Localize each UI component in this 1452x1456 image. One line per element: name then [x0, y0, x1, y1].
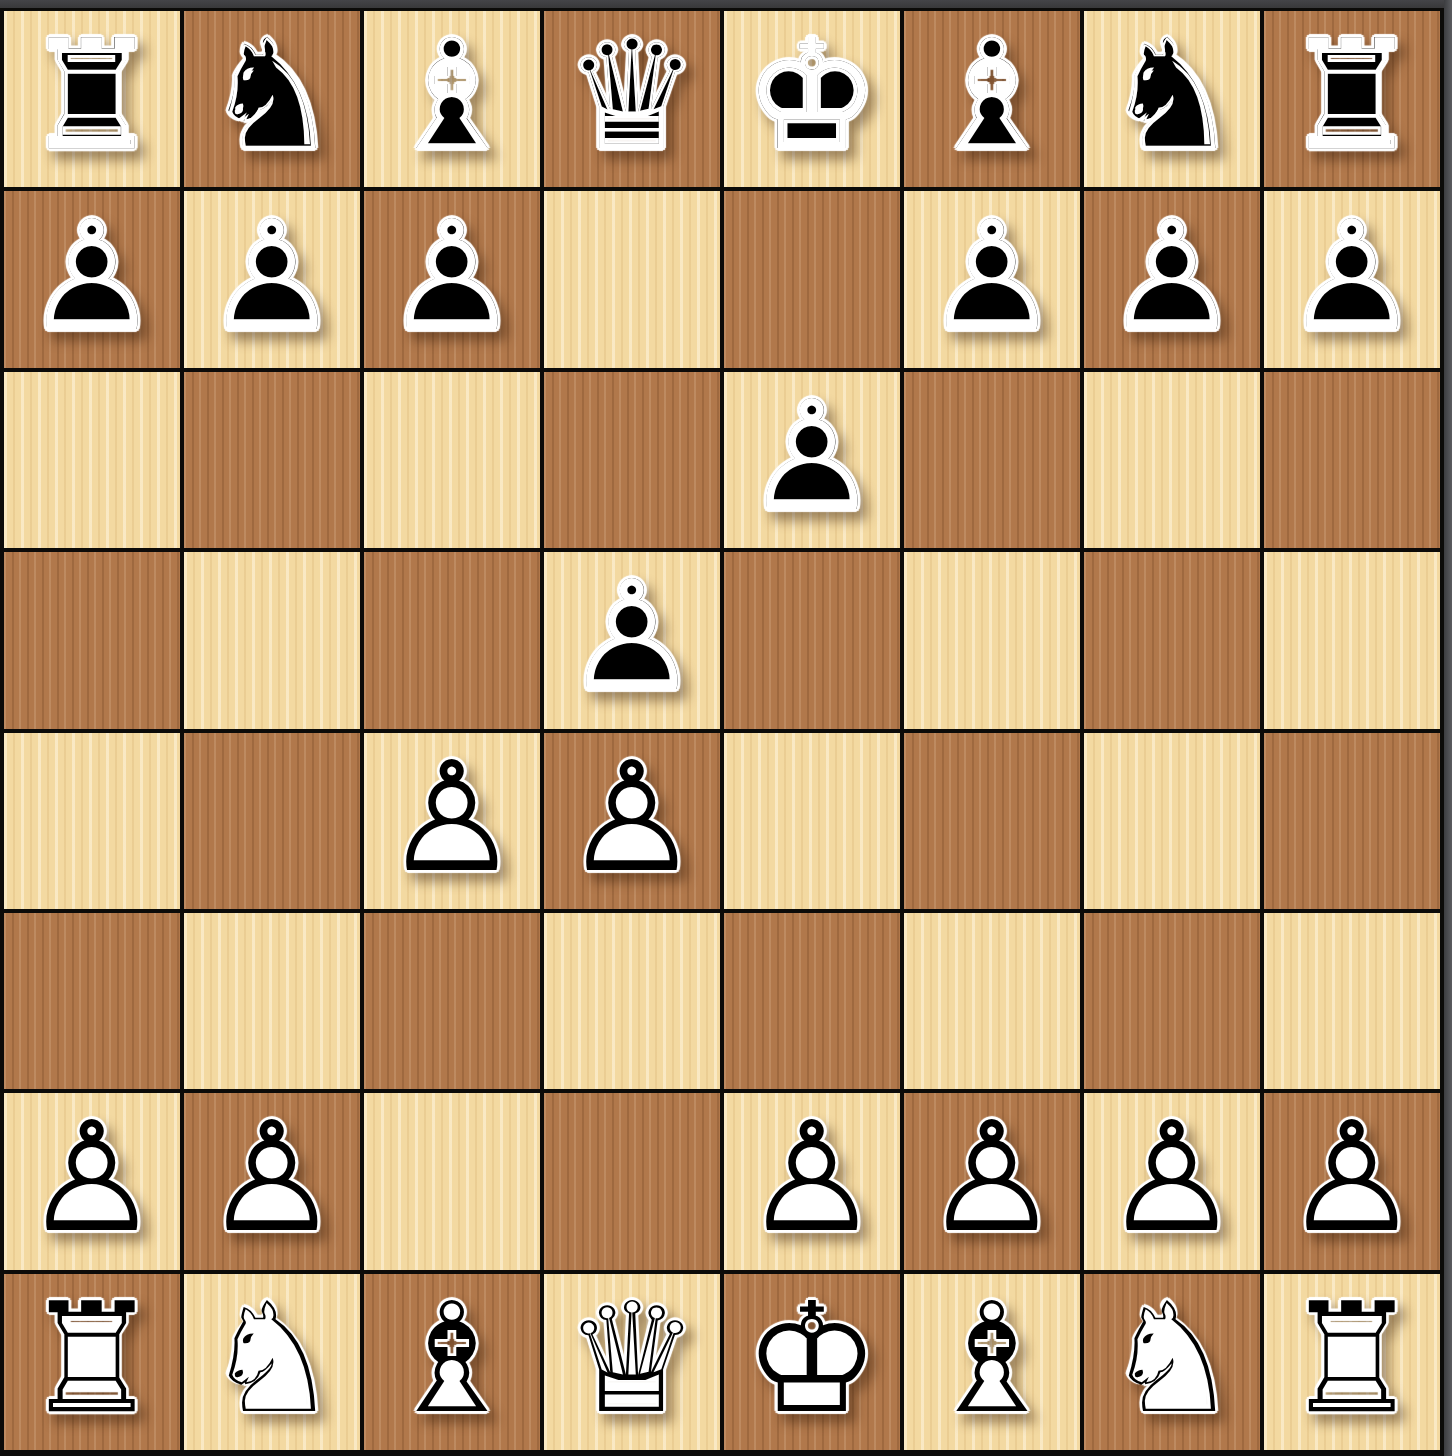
square-e2[interactable]: ♟♙	[724, 1093, 900, 1269]
square-e4[interactable]	[724, 733, 900, 909]
white-pawn[interactable]: ♟♙	[4, 1093, 180, 1269]
piece-outline-glyph: ♗	[364, 1271, 540, 1447]
white-king[interactable]: ♚♔	[724, 1274, 900, 1450]
black-pawn[interactable]: ♟♙	[184, 191, 360, 367]
piece-outline-glyph: ♙	[724, 1090, 900, 1266]
square-h4[interactable]	[1264, 733, 1440, 909]
square-a6[interactable]	[4, 372, 180, 548]
square-e6[interactable]: ♟♙	[724, 372, 900, 548]
square-h7[interactable]: ♟♙	[1264, 191, 1440, 367]
white-pawn[interactable]: ♟♙	[544, 733, 720, 909]
square-d1[interactable]: ♛♕	[544, 1274, 720, 1450]
piece-outline-glyph: ♘	[184, 1271, 360, 1447]
square-c8[interactable]: ♝♗	[364, 11, 540, 187]
white-knight[interactable]: ♞♘	[184, 1274, 360, 1450]
square-c1[interactable]: ♝♗	[364, 1274, 540, 1450]
chess-board: ♜♖♞♘♝♗♛♕♚♔♝♗♞♘♜♖♟♙♟♙♟♙♟♙♟♙♟♙♟♙♟♙♟♙♟♙♟♙♟♙…	[0, 8, 1444, 1456]
square-b7[interactable]: ♟♙	[184, 191, 360, 367]
square-f6[interactable]	[904, 372, 1080, 548]
piece-outline-glyph: ♗	[364, 8, 540, 184]
square-e3[interactable]	[724, 913, 900, 1089]
square-h5[interactable]	[1264, 552, 1440, 728]
square-g1[interactable]: ♞♘	[1084, 1274, 1260, 1450]
square-b8[interactable]: ♞♘	[184, 11, 360, 187]
black-rook[interactable]: ♜♖	[1264, 11, 1440, 187]
white-pawn[interactable]: ♟♙	[1084, 1093, 1260, 1269]
square-b4[interactable]	[184, 733, 360, 909]
square-f1[interactable]: ♝♗	[904, 1274, 1080, 1450]
square-a8[interactable]: ♜♖	[4, 11, 180, 187]
square-g2[interactable]: ♟♙	[1084, 1093, 1260, 1269]
square-b1[interactable]: ♞♘	[184, 1274, 360, 1450]
piece-outline-glyph: ♙	[364, 730, 540, 906]
piece-outline-glyph: ♙	[904, 1090, 1080, 1266]
square-e5[interactable]	[724, 552, 900, 728]
window-edge-top	[0, 0, 1452, 8]
square-g8[interactable]: ♞♘	[1084, 11, 1260, 187]
square-g5[interactable]	[1084, 552, 1260, 728]
black-knight[interactable]: ♞♘	[184, 11, 360, 187]
square-c6[interactable]	[364, 372, 540, 548]
square-e1[interactable]: ♚♔	[724, 1274, 900, 1450]
square-h3[interactable]	[1264, 913, 1440, 1089]
square-h2[interactable]: ♟♙	[1264, 1093, 1440, 1269]
piece-outline-glyph: ♙	[1084, 1090, 1260, 1266]
square-a3[interactable]	[4, 913, 180, 1089]
white-queen[interactable]: ♛♕	[544, 1274, 720, 1450]
piece-outline-glyph: ♙	[724, 369, 900, 545]
black-pawn[interactable]: ♟♙	[1084, 191, 1260, 367]
black-king[interactable]: ♚♔	[724, 11, 900, 187]
black-queen[interactable]: ♛♕	[544, 11, 720, 187]
piece-outline-glyph: ♕	[544, 1271, 720, 1447]
white-bishop[interactable]: ♝♗	[364, 1274, 540, 1450]
square-h8[interactable]: ♜♖	[1264, 11, 1440, 187]
black-knight[interactable]: ♞♘	[1084, 11, 1260, 187]
square-f7[interactable]: ♟♙	[904, 191, 1080, 367]
black-pawn[interactable]: ♟♙	[364, 191, 540, 367]
square-c4[interactable]: ♟♙	[364, 733, 540, 909]
piece-outline-glyph: ♗	[904, 1271, 1080, 1447]
piece-outline-glyph: ♙	[4, 188, 180, 364]
piece-outline-glyph: ♙	[904, 188, 1080, 364]
piece-outline-glyph: ♙	[364, 188, 540, 364]
square-f3[interactable]	[904, 913, 1080, 1089]
square-d7[interactable]	[544, 191, 720, 367]
square-a7[interactable]: ♟♙	[4, 191, 180, 367]
square-c2[interactable]	[364, 1093, 540, 1269]
white-knight[interactable]: ♞♘	[1084, 1274, 1260, 1450]
black-pawn[interactable]: ♟♙	[724, 372, 900, 548]
black-pawn[interactable]: ♟♙	[4, 191, 180, 367]
piece-outline-glyph: ♙	[1264, 1090, 1440, 1266]
square-g7[interactable]: ♟♙	[1084, 191, 1260, 367]
piece-outline-glyph: ♔	[724, 1271, 900, 1447]
piece-outline-glyph: ♘	[184, 8, 360, 184]
white-pawn[interactable]: ♟♙	[904, 1093, 1080, 1269]
piece-outline-glyph: ♙	[544, 730, 720, 906]
square-g4[interactable]	[1084, 733, 1260, 909]
window-edge-right	[1444, 0, 1452, 1456]
piece-outline-glyph: ♘	[1084, 1271, 1260, 1447]
square-h6[interactable]	[1264, 372, 1440, 548]
piece-outline-glyph: ♘	[1084, 8, 1260, 184]
black-pawn[interactable]: ♟♙	[544, 552, 720, 728]
square-g6[interactable]	[1084, 372, 1260, 548]
square-f4[interactable]	[904, 733, 1080, 909]
piece-outline-glyph: ♙	[184, 1090, 360, 1266]
piece-outline-glyph: ♕	[544, 8, 720, 184]
square-d8[interactable]: ♛♕	[544, 11, 720, 187]
piece-outline-glyph: ♖	[4, 8, 180, 184]
black-bishop[interactable]: ♝♗	[364, 11, 540, 187]
white-rook[interactable]: ♜♖	[1264, 1274, 1440, 1450]
white-pawn[interactable]: ♟♙	[364, 733, 540, 909]
white-pawn[interactable]: ♟♙	[1264, 1093, 1440, 1269]
piece-outline-glyph: ♖	[1264, 1271, 1440, 1447]
square-a1[interactable]: ♜♖	[4, 1274, 180, 1450]
white-pawn[interactable]: ♟♙	[184, 1093, 360, 1269]
square-a4[interactable]	[4, 733, 180, 909]
square-h1[interactable]: ♜♖	[1264, 1274, 1440, 1450]
piece-outline-glyph: ♙	[1084, 188, 1260, 364]
square-c5[interactable]	[364, 552, 540, 728]
black-bishop[interactable]: ♝♗	[904, 11, 1080, 187]
piece-outline-glyph: ♙	[544, 549, 720, 725]
piece-outline-glyph: ♔	[724, 8, 900, 184]
piece-outline-glyph: ♙	[4, 1090, 180, 1266]
square-a5[interactable]	[4, 552, 180, 728]
square-g3[interactable]	[1084, 913, 1260, 1089]
chess-app-screenshot: ♜♖♞♘♝♗♛♕♚♔♝♗♞♘♜♖♟♙♟♙♟♙♟♙♟♙♟♙♟♙♟♙♟♙♟♙♟♙♟♙…	[0, 0, 1452, 1456]
square-d2[interactable]	[544, 1093, 720, 1269]
square-b2[interactable]: ♟♙	[184, 1093, 360, 1269]
square-e8[interactable]: ♚♔	[724, 11, 900, 187]
black-rook[interactable]: ♜♖	[4, 11, 180, 187]
square-f8[interactable]: ♝♗	[904, 11, 1080, 187]
square-b5[interactable]	[184, 552, 360, 728]
square-c3[interactable]	[364, 913, 540, 1089]
square-f5[interactable]	[904, 552, 1080, 728]
piece-outline-glyph: ♙	[184, 188, 360, 364]
square-b3[interactable]	[184, 913, 360, 1089]
piece-outline-glyph: ♖	[4, 1271, 180, 1447]
square-e7[interactable]	[724, 191, 900, 367]
square-b6[interactable]	[184, 372, 360, 548]
white-rook[interactable]: ♜♖	[4, 1274, 180, 1450]
piece-outline-glyph: ♙	[1264, 188, 1440, 364]
white-pawn[interactable]: ♟♙	[724, 1093, 900, 1269]
square-d6[interactable]	[544, 372, 720, 548]
square-c7[interactable]: ♟♙	[364, 191, 540, 367]
square-d4[interactable]: ♟♙	[544, 733, 720, 909]
square-f2[interactable]: ♟♙	[904, 1093, 1080, 1269]
square-a2[interactable]: ♟♙	[4, 1093, 180, 1269]
piece-outline-glyph: ♖	[1264, 8, 1440, 184]
black-pawn[interactable]: ♟♙	[1264, 191, 1440, 367]
square-d3[interactable]	[544, 913, 720, 1089]
white-bishop[interactable]: ♝♗	[904, 1274, 1080, 1450]
piece-outline-glyph: ♗	[904, 8, 1080, 184]
black-pawn[interactable]: ♟♙	[904, 191, 1080, 367]
square-d5[interactable]: ♟♙	[544, 552, 720, 728]
